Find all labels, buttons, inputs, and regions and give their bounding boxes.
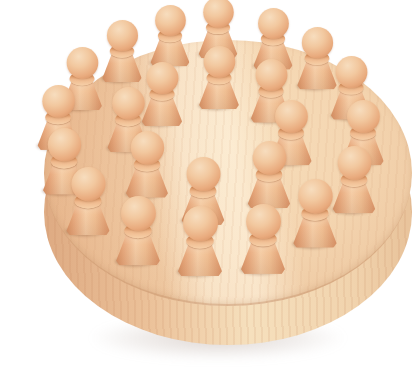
peg-head	[155, 5, 186, 36]
peg-head	[335, 56, 367, 88]
peg-head	[112, 87, 144, 119]
peg-outer-9[interactable]	[177, 206, 224, 276]
peg-outer-16[interactable]	[149, 5, 190, 67]
peg-outer-10[interactable]	[115, 196, 161, 266]
peg-inner-6[interactable]	[125, 131, 170, 198]
peg-head	[203, 46, 235, 78]
peg-head	[71, 167, 105, 201]
peg-head	[183, 206, 218, 241]
peg-inner-1[interactable]	[198, 46, 240, 109]
peg-outer-7[interactable]	[292, 179, 338, 248]
peg-head	[275, 100, 308, 133]
peg-head	[301, 27, 332, 58]
peg-head	[146, 62, 178, 94]
peg-outer-6[interactable]	[332, 146, 377, 213]
peg-outer-15[interactable]	[101, 20, 142, 82]
peg-inner-4[interactable]	[247, 141, 292, 208]
peg-head	[121, 196, 156, 231]
peg-head	[66, 47, 98, 79]
peg-head	[337, 146, 371, 180]
peg-head	[42, 85, 74, 117]
peg-head	[203, 0, 234, 27]
product-photo	[0, 0, 416, 390]
peg-head	[258, 8, 289, 39]
peg-head	[255, 59, 287, 91]
peg-head	[130, 131, 163, 164]
peg-head	[347, 100, 380, 133]
peg-head	[47, 128, 80, 161]
peg-head	[186, 157, 220, 191]
peg-outer-8[interactable]	[240, 204, 287, 274]
peg-head	[106, 20, 137, 51]
peg-outer-11[interactable]	[65, 167, 111, 235]
peg-head	[252, 141, 286, 175]
peg-head	[246, 204, 281, 239]
peg-head	[298, 179, 332, 213]
